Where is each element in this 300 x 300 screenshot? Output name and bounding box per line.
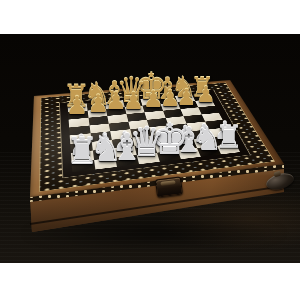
product-photo: ♜♞♝♛♚♝♞♜♟♟♟♟♟♟♟♟♟♟♟♟♟♟♟♟♜♞♝♛♚♝♞♜ <box>0 0 300 300</box>
letterbox-top <box>0 0 300 34</box>
photo-area: ♜♞♝♛♚♝♞♜♟♟♟♟♟♟♟♟♟♟♟♟♟♟♟♟♜♞♝♛♚♝♞♜ <box>0 34 300 263</box>
front-clasp <box>155 176 183 197</box>
clasp-bar-icon <box>160 180 175 186</box>
handle-mount <box>273 171 281 178</box>
letterbox-bottom <box>0 263 300 300</box>
